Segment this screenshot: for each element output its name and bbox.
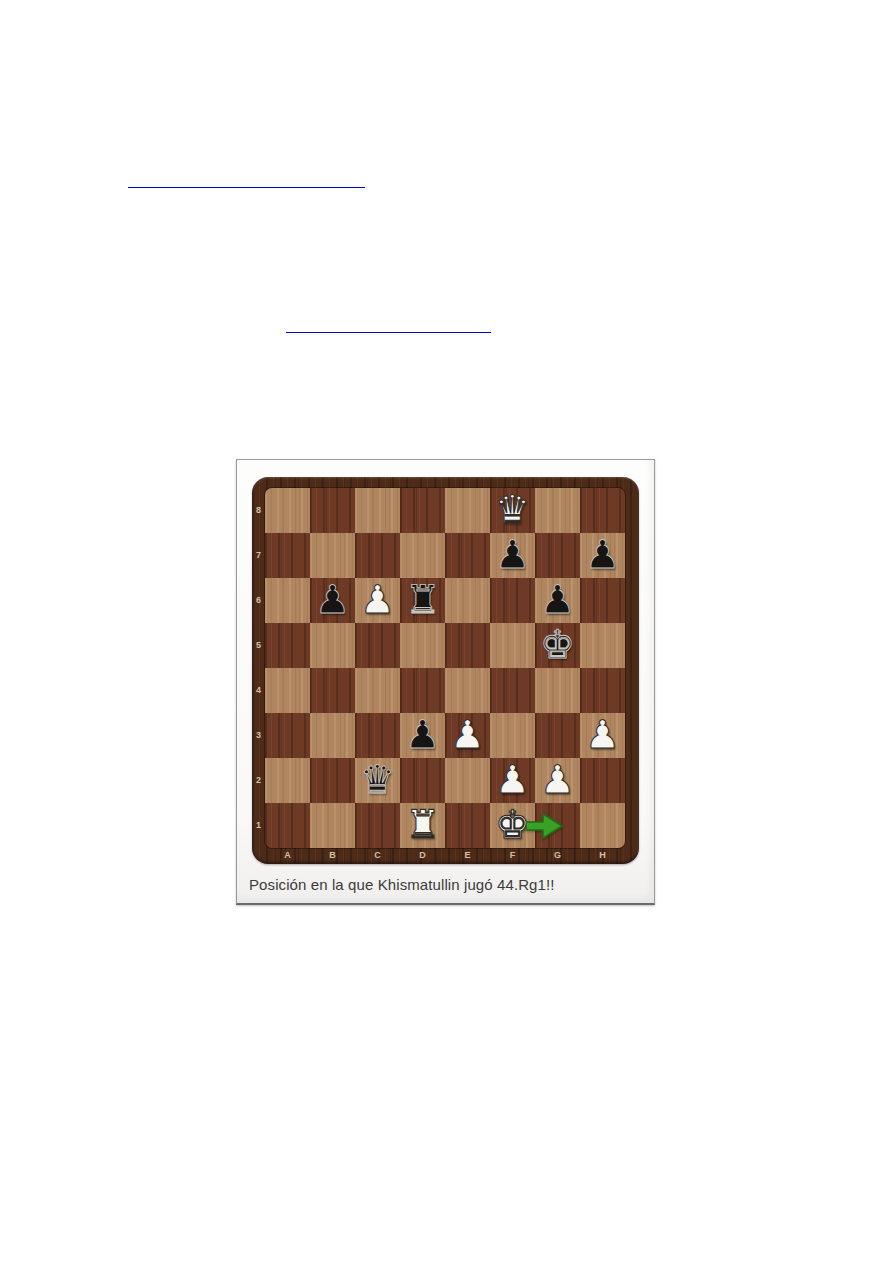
file-label-a: A bbox=[265, 848, 310, 864]
square-b3 bbox=[310, 713, 355, 758]
square-g5: ♚ bbox=[535, 623, 580, 668]
square-f2: ♟ bbox=[490, 758, 535, 803]
square-b7 bbox=[310, 533, 355, 578]
square-b8 bbox=[310, 488, 355, 533]
square-b6: ♟ bbox=[310, 578, 355, 623]
white-pawn-g2: ♟ bbox=[535, 758, 580, 803]
square-e6 bbox=[445, 578, 490, 623]
square-f3 bbox=[490, 713, 535, 758]
chess-board: ♛♟♟♟♟♜♟♚♟♟♟♛♟♟♜♚ bbox=[265, 488, 625, 848]
square-h2 bbox=[580, 758, 625, 803]
rank-label-7: 7 bbox=[252, 533, 265, 578]
square-a4 bbox=[265, 668, 310, 713]
square-h4 bbox=[580, 668, 625, 713]
square-b2 bbox=[310, 758, 355, 803]
white-pawn-c6: ♟ bbox=[355, 578, 400, 623]
square-f7: ♟ bbox=[490, 533, 535, 578]
square-d8 bbox=[400, 488, 445, 533]
square-a1 bbox=[265, 803, 310, 848]
square-e3: ♟ bbox=[445, 713, 490, 758]
square-a6 bbox=[265, 578, 310, 623]
square-a5 bbox=[265, 623, 310, 668]
square-h6 bbox=[580, 578, 625, 623]
black-pawn-h7: ♟ bbox=[580, 533, 625, 578]
square-d2 bbox=[400, 758, 445, 803]
square-f5 bbox=[490, 623, 535, 668]
black-pawn-d3: ♟ bbox=[400, 713, 445, 758]
file-label-e: E bbox=[445, 848, 490, 864]
square-c1 bbox=[355, 803, 400, 848]
chess-figure: ♛♟♟♟♟♜♟♚♟♟♟♛♟♟♜♚ 87654321ABCDEFGH Posici… bbox=[236, 459, 655, 905]
square-c5 bbox=[355, 623, 400, 668]
square-g3 bbox=[535, 713, 580, 758]
square-c2: ♛ bbox=[355, 758, 400, 803]
rank-label-6: 6 bbox=[252, 578, 265, 623]
square-f4 bbox=[490, 668, 535, 713]
square-h7: ♟ bbox=[580, 533, 625, 578]
square-c8 bbox=[355, 488, 400, 533]
black-queen-c2: ♛ bbox=[355, 758, 400, 803]
black-pawn-b6: ♟ bbox=[310, 578, 355, 623]
rank-label-4: 4 bbox=[252, 668, 265, 713]
square-d5 bbox=[400, 623, 445, 668]
square-f6 bbox=[490, 578, 535, 623]
black-pawn-g6: ♟ bbox=[535, 578, 580, 623]
white-rook-d1: ♜ bbox=[400, 803, 445, 848]
square-d3: ♟ bbox=[400, 713, 445, 758]
square-g2: ♟ bbox=[535, 758, 580, 803]
square-g8 bbox=[535, 488, 580, 533]
black-king-g5: ♚ bbox=[535, 623, 580, 668]
square-c7 bbox=[355, 533, 400, 578]
rank-label-2: 2 bbox=[252, 758, 265, 803]
white-pawn-f2: ♟ bbox=[490, 758, 535, 803]
square-h3: ♟ bbox=[580, 713, 625, 758]
square-c3 bbox=[355, 713, 400, 758]
square-c6: ♟ bbox=[355, 578, 400, 623]
square-h5 bbox=[580, 623, 625, 668]
chess-board-frame: ♛♟♟♟♟♜♟♚♟♟♟♛♟♟♜♚ 87654321ABCDEFGH bbox=[252, 477, 639, 864]
square-d7 bbox=[400, 533, 445, 578]
square-f8: ♛ bbox=[490, 488, 535, 533]
black-pawn-f7: ♟ bbox=[490, 533, 535, 578]
square-h8 bbox=[580, 488, 625, 533]
file-label-f: F bbox=[490, 848, 535, 864]
square-g7 bbox=[535, 533, 580, 578]
rank-label-1: 1 bbox=[252, 803, 265, 848]
black-rook-d6: ♜ bbox=[400, 578, 445, 623]
article-link-2[interactable] bbox=[286, 316, 491, 333]
square-e4 bbox=[445, 668, 490, 713]
square-e2 bbox=[445, 758, 490, 803]
file-label-d: D bbox=[400, 848, 445, 864]
square-e7 bbox=[445, 533, 490, 578]
square-e1 bbox=[445, 803, 490, 848]
figure-caption: Posición en la que Khismatullin jugó 44.… bbox=[249, 865, 646, 903]
square-b5 bbox=[310, 623, 355, 668]
square-g6: ♟ bbox=[535, 578, 580, 623]
rank-label-3: 3 bbox=[252, 713, 265, 758]
file-label-b: B bbox=[310, 848, 355, 864]
square-a7 bbox=[265, 533, 310, 578]
square-a2 bbox=[265, 758, 310, 803]
square-d4 bbox=[400, 668, 445, 713]
article-link-1[interactable] bbox=[128, 171, 365, 188]
white-pawn-e3: ♟ bbox=[445, 713, 490, 758]
move-arrow-icon bbox=[526, 812, 564, 840]
file-label-c: C bbox=[355, 848, 400, 864]
square-b1 bbox=[310, 803, 355, 848]
white-pawn-h3: ♟ bbox=[580, 713, 625, 758]
square-e5 bbox=[445, 623, 490, 668]
square-d1: ♜ bbox=[400, 803, 445, 848]
square-e8 bbox=[445, 488, 490, 533]
rank-label-5: 5 bbox=[252, 623, 265, 668]
file-label-g: G bbox=[535, 848, 580, 864]
square-a8 bbox=[265, 488, 310, 533]
square-h1 bbox=[580, 803, 625, 848]
file-label-h: H bbox=[580, 848, 625, 864]
square-c4 bbox=[355, 668, 400, 713]
white-queen-f8: ♛ bbox=[490, 488, 535, 533]
square-a3 bbox=[265, 713, 310, 758]
rank-label-8: 8 bbox=[252, 488, 265, 533]
square-g4 bbox=[535, 668, 580, 713]
square-d6: ♜ bbox=[400, 578, 445, 623]
square-b4 bbox=[310, 668, 355, 713]
